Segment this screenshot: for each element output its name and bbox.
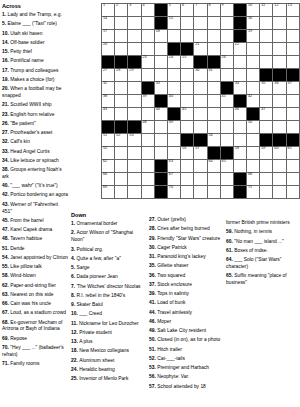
cell-r12c8[interactable]: 57 (194, 147, 207, 160)
clue-down-65: 65. Suffix meaning "place of business" (226, 273, 298, 287)
cell-r6c5[interactable] (155, 69, 168, 82)
cell-number: 21 (195, 43, 199, 47)
cell-r12c1[interactable]: 55 (102, 147, 115, 160)
cell-r10c6[interactable]: 49 (168, 121, 181, 134)
cell-r10c9[interactable] (208, 121, 221, 134)
cell-r11c11[interactable] (234, 134, 247, 147)
cell-r13c9[interactable]: 64 (208, 160, 221, 173)
cell-number: 41 (222, 95, 226, 99)
clue-across-62: 62. Paper-and-string flier (2, 283, 69, 290)
cell-r14c8[interactable] (194, 173, 207, 186)
cell-r9c15[interactable] (287, 108, 300, 121)
cell-number: 42 (248, 95, 252, 99)
cell-r10c8[interactable] (194, 121, 207, 134)
clue-number: 60. (226, 239, 234, 244)
cell-r9c13[interactable]: 47 (260, 108, 273, 121)
cell-number: 55 (103, 147, 107, 151)
cell-r3c3[interactable] (128, 30, 141, 43)
cell-r2c7[interactable] (181, 17, 194, 30)
cell-number: 57 (195, 147, 199, 151)
black-cell-r9c12 (247, 108, 260, 121)
cell-r7c8[interactable] (194, 82, 207, 95)
clue-number: 12. (71, 330, 79, 335)
cell-r4c14[interactable] (273, 43, 286, 56)
clue-text: Off-base soldier (10, 40, 44, 45)
cell-r11c2[interactable]: 52 (115, 134, 128, 147)
cell-number: 38 (103, 95, 107, 99)
cell-r9c3[interactable] (128, 108, 141, 121)
clue-number: 10. (71, 311, 79, 316)
cell-r8c10[interactable]: 41 (221, 95, 234, 108)
clue-text: ___ Solo ("Star Wars" character) (226, 257, 282, 269)
cell-r2c3[interactable] (128, 17, 141, 30)
cell-r13c2[interactable] (115, 160, 128, 173)
clue-text: Family rooms (10, 361, 39, 366)
cell-r7c3[interactable] (128, 82, 141, 95)
cell-number: 50 (248, 121, 252, 125)
clue-text: Janet appointed by Clinton (10, 255, 68, 260)
black-cell-r11c7 (181, 134, 194, 147)
clue-down-3: 3. Political org. (71, 247, 141, 254)
clue-number: 63. (2, 292, 10, 297)
cell-r10c4[interactable]: 48 (142, 121, 155, 134)
cell-r12c2[interactable] (115, 147, 128, 160)
cell-r13c11[interactable] (234, 160, 247, 173)
cell-r8c12[interactable]: 42 (247, 95, 260, 108)
clue-across-54: 54. Janet appointed by Clinton (2, 255, 69, 262)
cell-r2c10[interactable] (221, 17, 234, 30)
cell-r8c2[interactable] (115, 95, 128, 108)
cell-r1c7[interactable]: 6 (181, 4, 194, 17)
cell-r14c3[interactable] (128, 173, 141, 186)
cell-r3c9[interactable] (208, 30, 221, 43)
black-cell-r9c6 (168, 108, 181, 121)
clue-number: 20. (2, 86, 10, 91)
cell-r10c14[interactable] (273, 121, 286, 134)
black-cell-r14c11 (234, 173, 247, 186)
clue-number: 68. (2, 320, 10, 325)
cell-r4c9[interactable] (208, 43, 221, 56)
clue-text: Lady and the Tramp, e.g. (7, 12, 61, 17)
cell-r14c14[interactable] (273, 173, 286, 186)
cell-r8c15[interactable] (287, 95, 300, 108)
cell-number: 33 (156, 82, 160, 86)
cell-r4c15[interactable] (287, 43, 300, 56)
cell-r1c8[interactable]: 7 (194, 4, 207, 17)
cell-r13c12[interactable] (247, 160, 260, 173)
black-cell-r8c5 (155, 95, 168, 108)
cell-r2c9[interactable] (208, 17, 221, 30)
cell-r7c14[interactable]: 36 (273, 82, 286, 95)
clue-across-48: 48. Tavern habitue (2, 236, 69, 243)
cell-r2c15[interactable] (287, 17, 300, 30)
cell-r7c12[interactable] (247, 82, 260, 95)
cell-r12c11[interactable]: 58 (234, 147, 247, 160)
cell-number: 6 (182, 4, 184, 8)
cell-r4c8[interactable]: 21 (194, 43, 207, 56)
clue-number: 55. (2, 264, 10, 269)
clue-across-32: 32. Calf's kin (2, 139, 69, 146)
cell-r9c14[interactable] (273, 108, 286, 121)
cell-r10c11[interactable] (234, 121, 247, 134)
cell-r10c7[interactable] (181, 121, 194, 134)
black-cell-r12c9 (208, 147, 221, 160)
clue-number: 65. (226, 273, 234, 278)
clue-text: Elaine ___ ("Taxi" role) (7, 21, 56, 26)
black-cell-r15c11 (234, 186, 247, 199)
clue-text: Cries after being burned (157, 226, 209, 231)
cell-r8c13[interactable] (260, 95, 273, 108)
cell-r1c15[interactable]: 13 (287, 4, 300, 17)
cell-r8c1[interactable]: 38 (102, 95, 115, 108)
cell-r3c2[interactable] (115, 30, 128, 43)
clue-down-28: 28. Cries after being burned (149, 226, 227, 233)
clue-text: Aluminum sheet (79, 358, 114, 363)
cell-r12c7[interactable]: 56 (181, 147, 194, 160)
cell-r13c15[interactable] (287, 160, 300, 173)
cell-r11c3[interactable]: 53 (128, 134, 141, 147)
cell-number: 46 (235, 108, 239, 112)
clue-text: Load of bunk (157, 300, 185, 305)
cell-r4c1[interactable]: 20 (102, 43, 115, 56)
cell-r6c11[interactable] (234, 69, 247, 82)
cell-r7c15[interactable]: 37 (287, 82, 300, 95)
clue-text: Skater Baiul (76, 302, 102, 307)
cell-r8c14[interactable] (273, 95, 286, 108)
clue-text: Deride (10, 246, 24, 251)
cell-r11c12[interactable] (247, 134, 260, 147)
cell-r6c10[interactable] (221, 69, 234, 82)
cell-r5c12[interactable] (247, 56, 260, 69)
cell-number: 65 (222, 160, 226, 164)
cell-r1c6[interactable]: 5 (168, 4, 181, 17)
cell-r4c5[interactable] (155, 43, 168, 56)
cell-r8c6[interactable]: 40 (168, 95, 181, 108)
clue-across-1: 1. Lady and the Tramp, e.g. (2, 12, 69, 19)
clue-number: 50. (149, 337, 157, 342)
cell-r7c2[interactable] (115, 82, 128, 95)
cell-r8c9[interactable] (208, 95, 221, 108)
cell-r7c11[interactable]: 34 (234, 82, 247, 95)
cell-r7c1[interactable]: 32 (102, 82, 115, 95)
cell-r15c1[interactable]: 69 (102, 186, 115, 199)
clue-number: 11. (71, 321, 79, 326)
cell-r11c9[interactable]: 54 (208, 134, 221, 147)
cell-r1c9[interactable]: 8 (208, 4, 221, 17)
clue-number: 16. (2, 58, 10, 63)
cell-number: 34 (235, 82, 239, 86)
cell-r15c3[interactable] (128, 186, 141, 199)
cell-r7c9[interactable] (208, 82, 221, 95)
cell-r5c11[interactable] (234, 56, 247, 69)
cell-r13c4[interactable] (142, 160, 155, 173)
cell-r3c14[interactable] (273, 30, 286, 43)
cell-r10c15[interactable] (287, 121, 300, 134)
cell-r15c4[interactable] (142, 186, 155, 199)
cell-r4c2[interactable] (115, 43, 128, 56)
cell-r3c6[interactable] (168, 30, 181, 43)
black-cell-r4c7 (181, 43, 194, 56)
cell-r12c14[interactable]: 60 (273, 147, 286, 160)
cell-r7c7[interactable] (181, 82, 194, 95)
cell-r15c9[interactable] (208, 186, 221, 199)
clue-number: 71. (2, 361, 10, 366)
clue-down-61: 61. Boxes of mdse. (226, 248, 298, 255)
clue-text: Quite a few, after "a" (76, 256, 121, 261)
cell-r6c8[interactable]: 30 (194, 69, 207, 82)
cell-r1c10[interactable]: 9 (221, 4, 234, 17)
clue-number: 49. (149, 328, 157, 333)
clue-across-17: 17. Trump and colleagues (2, 68, 69, 75)
clue-text: Paranoid king's lackey (157, 254, 206, 259)
cell-r15c12[interactable]: 71 (247, 186, 260, 199)
cell-r4c12[interactable] (247, 43, 260, 56)
cell-r13c13[interactable] (260, 160, 273, 173)
cell-r13c8[interactable] (194, 160, 207, 173)
cell-r2c13[interactable] (260, 17, 273, 30)
cell-r10c13[interactable] (260, 121, 273, 134)
black-cell-r5c1 (102, 56, 115, 69)
clue-number: 27. (149, 217, 157, 222)
cell-r4c4[interactable] (142, 43, 155, 56)
cell-r3c13[interactable] (260, 30, 273, 43)
cell-number: 61 (288, 147, 292, 151)
cell-r15c13[interactable] (260, 186, 273, 199)
cell-r4c10[interactable] (221, 43, 234, 56)
cell-r3c1[interactable]: 17 (102, 30, 115, 43)
cell-number: 13 (288, 4, 292, 8)
cell-r6c12[interactable] (247, 69, 260, 82)
cell-r8c3[interactable] (128, 95, 141, 108)
cell-r2c4[interactable] (142, 17, 155, 30)
clue-across-10: 10. Utah ski haven (2, 31, 69, 38)
cell-r1c12[interactable]: 10 (247, 4, 260, 17)
cell-r11c4[interactable] (142, 134, 155, 147)
cell-r5c13[interactable] (260, 56, 273, 69)
cell-r7c6[interactable] (168, 82, 181, 95)
clue-down-29: 29. Friendly "Star Wars" creature (149, 236, 227, 243)
cell-r4c13[interactable] (260, 43, 273, 56)
cell-r6c7[interactable] (181, 69, 194, 82)
cell-r6c6[interactable] (168, 69, 181, 82)
cell-r5c4[interactable]: 23 (142, 56, 155, 69)
clue-number: 59. (226, 229, 234, 234)
clue-across-68: 68. Ex-governor Mecham of Arizona or Bay… (2, 320, 69, 334)
cell-r6c3[interactable]: 29 (128, 69, 141, 82)
clue-text: Two squared (157, 273, 185, 278)
cell-number: 48 (142, 121, 146, 125)
cell-r8c7[interactable] (181, 95, 194, 108)
cell-r2c6[interactable]: 15 (168, 17, 181, 30)
cell-r13c10[interactable]: 65 (221, 160, 234, 173)
cell-r4c3[interactable] (128, 43, 141, 56)
cell-r14c12[interactable]: 68 (247, 173, 260, 186)
black-cell-r2c5 (155, 17, 168, 30)
cell-number: 63 (169, 160, 173, 164)
cell-r15c10[interactable] (221, 186, 234, 199)
cell-r10c10[interactable] (221, 121, 234, 134)
clue-text: Trump and colleagues (10, 68, 58, 73)
cell-r6c2[interactable]: 28 (115, 69, 128, 82)
cell-r10c5[interactable] (155, 121, 168, 134)
cell-r9c1[interactable]: 43 (102, 108, 115, 121)
cell-r11c10[interactable] (221, 134, 234, 147)
cell-r9c5[interactable]: 44 (155, 108, 168, 121)
cell-r9c11[interactable]: 46 (234, 108, 247, 121)
clue-number: 10. (2, 31, 10, 36)
cell-r5c6[interactable]: 24 (168, 56, 181, 69)
clue-number: 37. (149, 282, 157, 287)
cell-r14c4[interactable] (142, 173, 155, 186)
cell-r14c1[interactable]: 66 (102, 173, 115, 186)
cell-r15c6[interactable]: 70 (168, 186, 181, 199)
cell-r12c5[interactable] (155, 147, 168, 160)
cell-r1c14[interactable]: 12 (273, 4, 286, 17)
cell-r14c13[interactable] (260, 173, 273, 186)
black-cell-r1c11 (234, 4, 247, 17)
cell-number: 18 (156, 30, 160, 34)
cell-r9c4[interactable] (142, 108, 155, 121)
cell-r14c9[interactable] (208, 173, 221, 186)
clue-across-16: 16. Pontifical name (2, 58, 69, 65)
clue-down-30: 30. Cager Patrick (149, 245, 227, 252)
cell-r14c7[interactable] (181, 173, 194, 186)
cell-r1c2[interactable]: 2 (115, 4, 128, 17)
cell-r8c8[interactable] (194, 95, 207, 108)
clue-text: Dada pioneer Jean (76, 274, 117, 279)
cell-r7c5[interactable]: 33 (155, 82, 168, 95)
cell-r1c3[interactable]: 3 (128, 4, 141, 17)
cell-r11c1[interactable]: 51 (102, 134, 115, 147)
cell-r14c2[interactable] (115, 173, 128, 186)
cell-number: 5 (169, 4, 171, 8)
clue-text: Loud, as a stadium crowd (10, 310, 66, 315)
cell-r13c7[interactable] (181, 160, 194, 173)
cell-r3c12[interactable]: 19 (247, 30, 260, 43)
cell-r1c1[interactable]: 1 (102, 4, 115, 17)
cell-r9c9[interactable] (208, 108, 221, 121)
cell-r9c10[interactable] (221, 108, 234, 121)
cell-r15c15[interactable] (287, 186, 300, 199)
cell-r3c8[interactable] (194, 30, 207, 43)
cell-r15c2[interactable] (115, 186, 128, 199)
cell-r12c15[interactable]: 61 (287, 147, 300, 160)
cell-r5c10[interactable]: 26 (221, 56, 234, 69)
cell-r2c8[interactable] (194, 17, 207, 30)
black-cell-r7c4 (142, 82, 155, 95)
clue-text: When a football may be snapped (2, 86, 62, 98)
cell-r10c12[interactable]: 50 (247, 121, 260, 134)
cell-r4c11[interactable]: 22 (234, 43, 247, 56)
cell-r3c10[interactable] (221, 30, 234, 43)
clue-number: 48. (2, 236, 10, 241)
cell-r9c2[interactable] (115, 108, 128, 121)
cell-r15c7[interactable] (181, 186, 194, 199)
cell-r2c14[interactable] (273, 17, 286, 30)
cell-r12c4[interactable] (142, 147, 155, 160)
clue-text: Neophyte: Var. (157, 374, 189, 379)
cell-r12c13[interactable]: 59 (260, 147, 273, 160)
cell-r3c7[interactable] (181, 30, 194, 43)
black-cell-r10c1 (102, 121, 115, 134)
cell-number: 49 (169, 121, 173, 125)
cell-r12c3[interactable] (128, 147, 141, 160)
cell-r6c1[interactable]: 27 (102, 69, 115, 82)
cell-r14c6[interactable]: 67 (168, 173, 181, 186)
cell-r5c15[interactable] (287, 56, 300, 69)
cell-r6c4[interactable] (142, 69, 155, 82)
cell-r15c14[interactable] (273, 186, 286, 199)
clue-down-5: 5. Sarge (71, 265, 141, 272)
cell-number: 10 (248, 4, 252, 8)
cell-r13c1[interactable]: 62 (102, 160, 115, 173)
clue-number: 52. (149, 356, 157, 361)
cell-number: 9 (222, 4, 224, 8)
cell-r9c7[interactable]: 45 (181, 108, 194, 121)
clue-number: 67. (2, 310, 10, 315)
cell-r12c6[interactable] (168, 147, 181, 160)
clue-text: Makes a choice (for) (10, 77, 54, 82)
cell-r12c12[interactable] (247, 147, 260, 160)
cell-r11c6[interactable] (168, 134, 181, 147)
clue-down-57-continuation: former British prime ministers (226, 220, 298, 227)
cell-r13c6[interactable]: 63 (168, 160, 181, 173)
clue-number: 38. (2, 167, 10, 172)
cell-r5c14[interactable] (273, 56, 286, 69)
black-cell-r7c10 (221, 82, 234, 95)
cell-r2c1[interactable]: 14 (102, 17, 115, 30)
cell-number: 51 (103, 134, 107, 138)
cell-r3c15[interactable] (287, 30, 300, 43)
black-cell-r15c5 (155, 186, 168, 199)
clue-across-63: 63. Nearest on this side (2, 292, 69, 299)
cell-r3c5[interactable]: 18 (155, 30, 168, 43)
clue-number: 27. (2, 130, 10, 135)
cell-r6c9[interactable]: 31 (208, 69, 221, 82)
cell-r15c8[interactable] (194, 186, 207, 199)
cell-number: 27 (103, 69, 107, 73)
clue-number: 35. (149, 263, 157, 268)
clue-number: 30. (149, 245, 157, 250)
clue-text: Sarge (76, 265, 89, 270)
clue-text: Hitch trailer (157, 347, 182, 352)
clue-number: 19. (2, 77, 10, 82)
black-cell-r5c8 (194, 56, 207, 69)
clue-down-22: 22. Aluminum sheet (71, 358, 141, 365)
cell-r14c15[interactable] (287, 173, 300, 186)
cell-r5c7[interactable]: 25 (181, 56, 194, 69)
cell-r9c8[interactable] (194, 108, 207, 121)
cell-r1c13[interactable]: 11 (260, 4, 273, 17)
cell-r11c5[interactable] (155, 134, 168, 147)
cell-r5c5[interactable] (155, 56, 168, 69)
cell-number: 29 (129, 69, 133, 73)
cell-r8c4[interactable]: 39 (142, 95, 155, 108)
cell-r3c4[interactable] (142, 30, 155, 43)
cell-r7c13[interactable]: 35 (260, 82, 273, 95)
clue-down-39: 39. Tops in salinity (149, 291, 227, 298)
clue-down-12: 12. Private student (71, 330, 141, 337)
cell-r14c10[interactable] (221, 173, 234, 186)
cell-r13c3[interactable] (128, 160, 141, 173)
cell-r2c2[interactable] (115, 17, 128, 30)
cell-r1c4[interactable]: 4 (142, 4, 155, 17)
cell-number: 4 (142, 4, 144, 8)
cell-r13c14[interactable] (273, 160, 286, 173)
cell-r2c12[interactable]: 16 (247, 17, 260, 30)
clue-text: Pontifical name (10, 58, 43, 63)
clue-down-57: 57. School attended by 18 (149, 384, 227, 391)
